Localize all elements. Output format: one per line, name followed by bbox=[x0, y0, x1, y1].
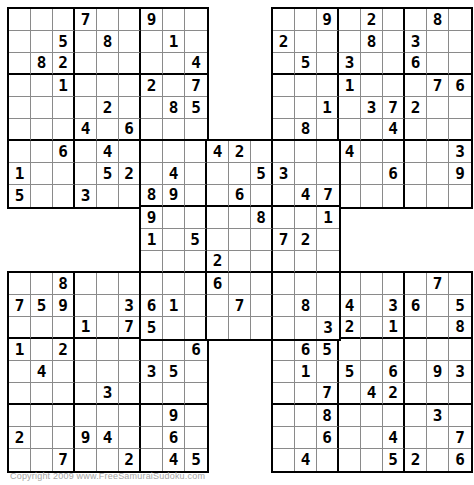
sudoku-cell-center-r6c8 bbox=[295, 251, 317, 273]
sudoku-cell-top-left-r4c5 bbox=[97, 75, 119, 97]
sudoku-cell-bottom-left-r7c8: 9 bbox=[163, 405, 185, 427]
sudoku-cell-top-left-r3c9: 4 bbox=[185, 53, 207, 75]
sudoku-cell-center-r2c7: 3 bbox=[273, 163, 295, 185]
sudoku-cell-bottom-left-r9c8: 4 bbox=[163, 449, 185, 471]
sudoku-cell-center-r8c7 bbox=[273, 295, 295, 317]
sudoku-cell-bottom-left-r9c1 bbox=[9, 449, 31, 471]
sudoku-cell-top-left-r6c4: 4 bbox=[75, 119, 97, 141]
sudoku-cell-bottom-right-r6c6: 2 bbox=[383, 383, 405, 405]
sudoku-cell-bottom-right-r3c6: 1 bbox=[383, 317, 405, 339]
sudoku-cell-top-left-r2c7 bbox=[141, 31, 163, 53]
sudoku-cell-bottom-left-r5c6 bbox=[119, 361, 141, 383]
sudoku-cell-center-r8c3 bbox=[185, 295, 207, 317]
sudoku-cell-bottom-right-r3c9: 8 bbox=[449, 317, 471, 339]
sudoku-cell-center-r9c6 bbox=[251, 317, 273, 339]
samurai-sudoku-board: 7958182412728546641524538992828353617613… bbox=[7, 7, 473, 473]
sudoku-cell-bottom-left-r1c6 bbox=[119, 273, 141, 295]
sudoku-cell-top-left-r9c1: 5 bbox=[9, 185, 31, 207]
sudoku-cell-top-right-r4c1 bbox=[273, 75, 295, 97]
sudoku-cell-bottom-left-r4c5 bbox=[97, 339, 119, 361]
sudoku-cell-top-right-r5c7: 2 bbox=[405, 97, 427, 119]
sudoku-cell-top-left-r5c9: 5 bbox=[185, 97, 207, 119]
sudoku-cell-bottom-left-r4c4 bbox=[75, 339, 97, 361]
sudoku-cell-center-r3c5: 6 bbox=[229, 185, 251, 207]
sudoku-cell-bottom-left-r5c3 bbox=[53, 361, 75, 383]
sudoku-cell-top-left-r4c1 bbox=[9, 75, 31, 97]
sudoku-cell-top-left-r2c4 bbox=[75, 31, 97, 53]
sudoku-cell-top-left-r9c2 bbox=[31, 185, 53, 207]
sudoku-cell-center-r9c3 bbox=[185, 317, 207, 339]
sudoku-cell-bottom-left-r9c5 bbox=[97, 449, 119, 471]
sudoku-cell-bottom-right-r3c7 bbox=[405, 317, 427, 339]
sudoku-cell-center-r3c8: 4 bbox=[295, 185, 317, 207]
sudoku-cell-top-right-r9c5 bbox=[361, 185, 383, 207]
sudoku-cell-top-right-r2c4 bbox=[339, 31, 361, 53]
sudoku-cell-bottom-right-r8c9: 7 bbox=[449, 427, 471, 449]
sudoku-cell-top-right-r6c7 bbox=[405, 119, 427, 141]
sudoku-cell-top-left-r3c2: 8 bbox=[31, 53, 53, 75]
sudoku-cell-top-right-r1c6 bbox=[383, 9, 405, 31]
sudoku-cell-top-left-r7c3: 6 bbox=[53, 141, 75, 163]
sudoku-cell-top-right-r6c3 bbox=[317, 119, 339, 141]
sudoku-cell-bottom-left-r3c5 bbox=[97, 317, 119, 339]
sudoku-cell-bottom-right-r5c7 bbox=[405, 361, 427, 383]
sudoku-cell-top-left-r4c9: 7 bbox=[185, 75, 207, 97]
sudoku-cell-top-right-r4c9: 6 bbox=[449, 75, 471, 97]
sudoku-cell-top-right-r6c8 bbox=[427, 119, 449, 141]
sudoku-cell-center-r2c1 bbox=[141, 163, 163, 185]
sudoku-cell-top-right-r4c6 bbox=[383, 75, 405, 97]
sudoku-cell-bottom-left-r7c3 bbox=[53, 405, 75, 427]
sudoku-cell-bottom-right-r4c7 bbox=[405, 339, 427, 361]
sudoku-cell-bottom-right-r4c6 bbox=[383, 339, 405, 361]
sudoku-cell-top-left-r8c1: 1 bbox=[9, 163, 31, 185]
sudoku-cell-top-left-r2c1 bbox=[9, 31, 31, 53]
sudoku-cell-top-left-r1c7: 9 bbox=[141, 9, 163, 31]
sudoku-cell-top-left-r6c1 bbox=[9, 119, 31, 141]
sudoku-cell-center-r2c2: 4 bbox=[163, 163, 185, 185]
sudoku-cell-top-left-r8c2 bbox=[31, 163, 53, 185]
sudoku-cell-bottom-left-r8c3 bbox=[53, 427, 75, 449]
sudoku-cell-bottom-left-r4c8 bbox=[163, 339, 185, 361]
sudoku-cell-top-right-r3c8 bbox=[427, 53, 449, 75]
sudoku-cell-bottom-left-r4c2 bbox=[31, 339, 53, 361]
sudoku-cell-bottom-left-r8c7 bbox=[141, 427, 163, 449]
sudoku-cell-top-left-r4c6 bbox=[119, 75, 141, 97]
sudoku-cell-bottom-right-r6c2 bbox=[295, 383, 317, 405]
sudoku-cell-center-r4c8 bbox=[295, 207, 317, 229]
sudoku-cell-center-r1c6 bbox=[251, 141, 273, 163]
sudoku-cell-bottom-left-r6c2 bbox=[31, 383, 53, 405]
sudoku-cell-top-right-r2c3 bbox=[317, 31, 339, 53]
sudoku-cell-bottom-right-r5c3 bbox=[317, 361, 339, 383]
sudoku-cell-bottom-right-r5c6: 6 bbox=[383, 361, 405, 383]
sudoku-cell-top-right-r4c7 bbox=[405, 75, 427, 97]
sudoku-cell-top-right-r2c5: 8 bbox=[361, 31, 383, 53]
sudoku-cell-top-right-r4c5 bbox=[361, 75, 383, 97]
sudoku-cell-center-r7c5 bbox=[229, 273, 251, 295]
sudoku-cell-top-right-r9c4 bbox=[339, 185, 361, 207]
sudoku-cell-bottom-right-r7c9 bbox=[449, 405, 471, 427]
sudoku-cell-top-right-r7c5 bbox=[361, 141, 383, 163]
sudoku-cell-top-right-r1c8: 8 bbox=[427, 9, 449, 31]
sudoku-cell-bottom-left-r8c1: 2 bbox=[9, 427, 31, 449]
sudoku-cell-top-right-r2c7: 3 bbox=[405, 31, 427, 53]
sudoku-cell-bottom-right-r4c4 bbox=[339, 339, 361, 361]
sudoku-cell-top-left-r2c3: 5 bbox=[53, 31, 75, 53]
sudoku-cell-bottom-right-r8c5 bbox=[361, 427, 383, 449]
sudoku-cell-top-left-r7c2 bbox=[31, 141, 53, 163]
sudoku-cell-bottom-right-r7c5 bbox=[361, 405, 383, 427]
sudoku-cell-bottom-left-r2c2: 5 bbox=[31, 295, 53, 317]
sudoku-cell-center-r3c9: 7 bbox=[317, 185, 339, 207]
sudoku-cell-top-right-r9c6 bbox=[383, 185, 405, 207]
sudoku-cell-top-left-r5c5: 2 bbox=[97, 97, 119, 119]
sudoku-cell-center-r8c8: 8 bbox=[295, 295, 317, 317]
sudoku-cell-top-left-r3c3: 2 bbox=[53, 53, 75, 75]
sudoku-cell-top-right-r7c8 bbox=[427, 141, 449, 163]
sudoku-cell-top-left-r3c8 bbox=[163, 53, 185, 75]
sudoku-cell-bottom-left-r6c7 bbox=[141, 383, 163, 405]
sudoku-cell-center-r6c7 bbox=[273, 251, 295, 273]
sudoku-cell-bottom-right-r2c7: 6 bbox=[405, 295, 427, 317]
sudoku-cell-center-r7c6 bbox=[251, 273, 273, 295]
sudoku-cell-top-right-r8c7 bbox=[405, 163, 427, 185]
sudoku-cell-center-r9c8 bbox=[295, 317, 317, 339]
sudoku-cell-bottom-right-r3c5 bbox=[361, 317, 383, 339]
sudoku-cell-bottom-right-r9c9: 6 bbox=[449, 449, 471, 471]
sudoku-cell-top-left-r5c3 bbox=[53, 97, 75, 119]
sudoku-cell-bottom-left-r2c3: 9 bbox=[53, 295, 75, 317]
sudoku-cell-center-r7c8 bbox=[295, 273, 317, 295]
sudoku-cell-center-r1c1 bbox=[141, 141, 163, 163]
sudoku-cell-center-r6c5 bbox=[229, 251, 251, 273]
sudoku-cell-top-right-r4c4: 1 bbox=[339, 75, 361, 97]
sudoku-cell-top-left-r1c5 bbox=[97, 9, 119, 31]
sudoku-cell-bottom-left-r9c9: 5 bbox=[185, 449, 207, 471]
sudoku-cell-center-r5c5 bbox=[229, 229, 251, 251]
sudoku-cell-bottom-right-r3c8 bbox=[427, 317, 449, 339]
sudoku-cell-bottom-left-r6c6 bbox=[119, 383, 141, 405]
sudoku-cell-bottom-left-r7c9 bbox=[185, 405, 207, 427]
sudoku-cell-top-right-r6c1 bbox=[273, 119, 295, 141]
sudoku-cell-bottom-left-r6c3 bbox=[53, 383, 75, 405]
sudoku-cell-top-right-r6c2: 8 bbox=[295, 119, 317, 141]
sudoku-cell-bottom-left-r1c1 bbox=[9, 273, 31, 295]
sudoku-cell-center-r9c9: 3 bbox=[317, 317, 339, 339]
sudoku-cell-bottom-right-r2c8 bbox=[427, 295, 449, 317]
sudoku-cell-bottom-right-r5c9: 3 bbox=[449, 361, 471, 383]
sudoku-cell-top-right-r2c8 bbox=[427, 31, 449, 53]
grid-center: 4245389647981157226617853 bbox=[139, 139, 341, 341]
sudoku-cell-top-left-r4c2 bbox=[31, 75, 53, 97]
sudoku-cell-top-left-r9c5 bbox=[97, 185, 119, 207]
sudoku-cell-top-right-r7c9: 3 bbox=[449, 141, 471, 163]
sudoku-cell-center-r2c9 bbox=[317, 163, 339, 185]
sudoku-cell-bottom-left-r2c5 bbox=[97, 295, 119, 317]
sudoku-cell-center-r5c4 bbox=[207, 229, 229, 251]
sudoku-cell-bottom-left-r8c4: 9 bbox=[75, 427, 97, 449]
sudoku-cell-top-left-r4c4 bbox=[75, 75, 97, 97]
sudoku-cell-bottom-right-r5c2: 1 bbox=[295, 361, 317, 383]
sudoku-cell-top-left-r4c3: 1 bbox=[53, 75, 75, 97]
sudoku-cell-top-right-r5c4 bbox=[339, 97, 361, 119]
sudoku-cell-center-r1c3 bbox=[185, 141, 207, 163]
sudoku-cell-center-r7c9 bbox=[317, 273, 339, 295]
sudoku-cell-top-left-r5c2 bbox=[31, 97, 53, 119]
sudoku-cell-bottom-right-r8c8 bbox=[427, 427, 449, 449]
sudoku-cell-top-left-r1c6 bbox=[119, 9, 141, 31]
sudoku-cell-bottom-left-r3c3 bbox=[53, 317, 75, 339]
sudoku-cell-center-r9c7 bbox=[273, 317, 295, 339]
sudoku-cell-top-left-r3c6 bbox=[119, 53, 141, 75]
sudoku-cell-top-left-r9c4: 3 bbox=[75, 185, 97, 207]
sudoku-cell-bottom-left-r8c8: 6 bbox=[163, 427, 185, 449]
sudoku-cell-top-left-r1c4: 7 bbox=[75, 9, 97, 31]
sudoku-cell-center-r9c1: 5 bbox=[141, 317, 163, 339]
sudoku-cell-bottom-left-r8c6 bbox=[119, 427, 141, 449]
sudoku-cell-top-right-r4c3 bbox=[317, 75, 339, 97]
sudoku-cell-center-r7c4: 6 bbox=[207, 273, 229, 295]
sudoku-cell-top-left-r2c5: 8 bbox=[97, 31, 119, 53]
sudoku-cell-center-r9c5 bbox=[229, 317, 251, 339]
sudoku-cell-bottom-left-r7c1 bbox=[9, 405, 31, 427]
sudoku-cell-bottom-right-r9c5 bbox=[361, 449, 383, 471]
sudoku-cell-bottom-left-r5c7: 3 bbox=[141, 361, 163, 383]
sudoku-cell-top-right-r6c9 bbox=[449, 119, 471, 141]
sudoku-cell-top-right-r2c2 bbox=[295, 31, 317, 53]
sudoku-cell-top-left-r1c1 bbox=[9, 9, 31, 31]
sudoku-cell-center-r6c6 bbox=[251, 251, 273, 273]
sudoku-cell-center-r1c7 bbox=[273, 141, 295, 163]
sudoku-cell-top-right-r5c5: 3 bbox=[361, 97, 383, 119]
sudoku-cell-center-r6c2 bbox=[163, 251, 185, 273]
sudoku-cell-bottom-right-r6c8 bbox=[427, 383, 449, 405]
sudoku-cell-top-right-r1c1 bbox=[273, 9, 295, 31]
sudoku-cell-top-left-r6c6: 6 bbox=[119, 119, 141, 141]
sudoku-cell-top-right-r9c7 bbox=[405, 185, 427, 207]
sudoku-cell-bottom-right-r4c1 bbox=[273, 339, 295, 361]
sudoku-cell-bottom-left-r4c1: 1 bbox=[9, 339, 31, 361]
sudoku-cell-bottom-left-r2c4 bbox=[75, 295, 97, 317]
sudoku-cell-top-left-r6c8 bbox=[163, 119, 185, 141]
sudoku-cell-top-left-r7c4 bbox=[75, 141, 97, 163]
sudoku-cell-center-r4c7 bbox=[273, 207, 295, 229]
sudoku-cell-bottom-left-r2c6: 3 bbox=[119, 295, 141, 317]
sudoku-cell-bottom-right-r2c6: 3 bbox=[383, 295, 405, 317]
sudoku-cell-top-right-r5c1 bbox=[273, 97, 295, 119]
sudoku-cell-center-r7c7 bbox=[273, 273, 295, 295]
sudoku-cell-bottom-left-r6c9 bbox=[185, 383, 207, 405]
sudoku-cell-bottom-right-r5c8: 9 bbox=[427, 361, 449, 383]
sudoku-cell-top-right-r1c9 bbox=[449, 9, 471, 31]
sudoku-cell-top-left-r4c7: 2 bbox=[141, 75, 163, 97]
sudoku-cell-top-left-r6c9 bbox=[185, 119, 207, 141]
sudoku-cell-top-right-r3c7: 6 bbox=[405, 53, 427, 75]
sudoku-cell-top-right-r3c9 bbox=[449, 53, 471, 75]
sudoku-cell-bottom-left-r9c4 bbox=[75, 449, 97, 471]
sudoku-cell-top-right-r9c9 bbox=[449, 185, 471, 207]
sudoku-cell-bottom-left-r7c2 bbox=[31, 405, 53, 427]
sudoku-cell-top-left-r5c4 bbox=[75, 97, 97, 119]
sudoku-cell-top-right-r5c2 bbox=[295, 97, 317, 119]
sudoku-cell-top-left-r4c8 bbox=[163, 75, 185, 97]
sudoku-cell-top-left-r6c2 bbox=[31, 119, 53, 141]
sudoku-cell-bottom-left-r5c8: 5 bbox=[163, 361, 185, 383]
sudoku-cell-top-left-r3c7 bbox=[141, 53, 163, 75]
sudoku-cell-center-r1c8 bbox=[295, 141, 317, 163]
sudoku-cell-bottom-right-r8c2 bbox=[295, 427, 317, 449]
sudoku-cell-top-right-r8c8 bbox=[427, 163, 449, 185]
sudoku-cell-center-r9c2 bbox=[163, 317, 185, 339]
sudoku-cell-top-left-r7c5: 4 bbox=[97, 141, 119, 163]
sudoku-cell-bottom-left-r7c7 bbox=[141, 405, 163, 427]
sudoku-cell-top-right-r2c6 bbox=[383, 31, 405, 53]
sudoku-cell-bottom-right-r2c9: 5 bbox=[449, 295, 471, 317]
sudoku-cell-bottom-right-r1c7 bbox=[405, 273, 427, 295]
sudoku-cell-top-left-r3c5 bbox=[97, 53, 119, 75]
sudoku-cell-top-right-r8c6: 6 bbox=[383, 163, 405, 185]
sudoku-cell-bottom-left-r6c5: 3 bbox=[97, 383, 119, 405]
sudoku-cell-top-right-r7c4: 4 bbox=[339, 141, 361, 163]
sudoku-cell-bottom-left-r3c2 bbox=[31, 317, 53, 339]
sudoku-cell-center-r2c6: 5 bbox=[251, 163, 273, 185]
sudoku-cell-center-r8c5: 7 bbox=[229, 295, 251, 317]
sudoku-cell-bottom-left-r1c3: 8 bbox=[53, 273, 75, 295]
sudoku-cell-bottom-left-r9c2 bbox=[31, 449, 53, 471]
sudoku-cell-top-right-r5c8 bbox=[427, 97, 449, 119]
sudoku-cell-top-left-r2c2 bbox=[31, 31, 53, 53]
sudoku-cell-top-right-r8c9: 9 bbox=[449, 163, 471, 185]
sudoku-cell-top-right-r6c5 bbox=[361, 119, 383, 141]
sudoku-cell-bottom-right-r9c2: 4 bbox=[295, 449, 317, 471]
sudoku-cell-top-left-r1c9 bbox=[185, 9, 207, 31]
sudoku-cell-bottom-right-r4c8 bbox=[427, 339, 449, 361]
sudoku-cell-center-r2c3 bbox=[185, 163, 207, 185]
sudoku-cell-center-r6c4: 2 bbox=[207, 251, 229, 273]
sudoku-cell-center-r4c3 bbox=[185, 207, 207, 229]
sudoku-cell-top-left-r1c2 bbox=[31, 9, 53, 31]
sudoku-cell-top-left-r8c6: 2 bbox=[119, 163, 141, 185]
sudoku-cell-bottom-right-r4c5 bbox=[361, 339, 383, 361]
sudoku-cell-center-r7c3 bbox=[185, 273, 207, 295]
sudoku-cell-top-left-r7c1 bbox=[9, 141, 31, 163]
sudoku-cell-bottom-right-r6c9 bbox=[449, 383, 471, 405]
sudoku-cell-bottom-left-r1c4 bbox=[75, 273, 97, 295]
sudoku-cell-center-r2c8 bbox=[295, 163, 317, 185]
sudoku-cell-bottom-left-r7c5 bbox=[97, 405, 119, 427]
sudoku-cell-bottom-left-r9c3: 7 bbox=[53, 449, 75, 471]
sudoku-cell-top-left-r7c6 bbox=[119, 141, 141, 163]
sudoku-cell-center-r5c2 bbox=[163, 229, 185, 251]
sudoku-cell-top-left-r2c9 bbox=[185, 31, 207, 53]
sudoku-cell-center-r5c3: 5 bbox=[185, 229, 207, 251]
sudoku-cell-top-left-r3c4 bbox=[75, 53, 97, 75]
sudoku-cell-bottom-right-r1c9 bbox=[449, 273, 471, 295]
sudoku-cell-top-right-r4c2 bbox=[295, 75, 317, 97]
sudoku-cell-top-right-r3c3 bbox=[317, 53, 339, 75]
sudoku-cell-bottom-left-r9c7 bbox=[141, 449, 163, 471]
sudoku-cell-top-right-r3c6 bbox=[383, 53, 405, 75]
sudoku-cell-bottom-left-r1c5 bbox=[97, 273, 119, 295]
sudoku-cell-center-r3c2: 9 bbox=[163, 185, 185, 207]
sudoku-cell-bottom-right-r2c4: 4 bbox=[339, 295, 361, 317]
sudoku-cell-top-right-r1c3: 9 bbox=[317, 9, 339, 31]
sudoku-cell-bottom-right-r4c3: 5 bbox=[317, 339, 339, 361]
sudoku-cell-bottom-left-r4c6 bbox=[119, 339, 141, 361]
sudoku-cell-center-r2c5 bbox=[229, 163, 251, 185]
sudoku-cell-top-left-r1c8 bbox=[163, 9, 185, 31]
sudoku-cell-bottom-right-r6c7 bbox=[405, 383, 427, 405]
sudoku-cell-center-r2c4 bbox=[207, 163, 229, 185]
sudoku-cell-top-right-r1c7 bbox=[405, 9, 427, 31]
sudoku-cell-center-r4c5 bbox=[229, 207, 251, 229]
sudoku-cell-top-right-r4c8: 7 bbox=[427, 75, 449, 97]
sudoku-cell-center-r1c4: 4 bbox=[207, 141, 229, 163]
sudoku-cell-bottom-left-r8c9 bbox=[185, 427, 207, 449]
sudoku-cell-bottom-right-r1c4 bbox=[339, 273, 361, 295]
sudoku-cell-top-right-r3c4: 3 bbox=[339, 53, 361, 75]
sudoku-cell-top-right-r5c9 bbox=[449, 97, 471, 119]
sudoku-cell-bottom-right-r5c5 bbox=[361, 361, 383, 383]
sudoku-cell-center-r8c4 bbox=[207, 295, 229, 317]
sudoku-cell-top-left-r8c3 bbox=[53, 163, 75, 185]
sudoku-cell-bottom-left-r5c2: 4 bbox=[31, 361, 53, 383]
sudoku-cell-top-left-r6c5 bbox=[97, 119, 119, 141]
sudoku-cell-top-right-r9c8 bbox=[427, 185, 449, 207]
sudoku-cell-center-r6c1 bbox=[141, 251, 163, 273]
sudoku-cell-top-left-r9c3 bbox=[53, 185, 75, 207]
sudoku-cell-top-left-r5c7 bbox=[141, 97, 163, 119]
sudoku-cell-bottom-left-r5c4 bbox=[75, 361, 97, 383]
sudoku-cell-top-right-r7c6 bbox=[383, 141, 405, 163]
sudoku-cell-center-r5c7: 7 bbox=[273, 229, 295, 251]
sudoku-cell-center-r3c3 bbox=[185, 185, 207, 207]
sudoku-cell-bottom-right-r1c6 bbox=[383, 273, 405, 295]
sudoku-cell-center-r4c1: 9 bbox=[141, 207, 163, 229]
sudoku-cell-center-r3c4 bbox=[207, 185, 229, 207]
sudoku-cell-center-r7c2 bbox=[163, 273, 185, 295]
sudoku-cell-center-r3c6 bbox=[251, 185, 273, 207]
sudoku-cell-bottom-left-r5c9 bbox=[185, 361, 207, 383]
sudoku-cell-top-right-r1c2 bbox=[295, 9, 317, 31]
sudoku-cell-top-left-r9c6 bbox=[119, 185, 141, 207]
sudoku-cell-bottom-right-r7c1 bbox=[273, 405, 295, 427]
sudoku-cell-bottom-right-r7c4 bbox=[339, 405, 361, 427]
sudoku-cell-top-right-r3c1 bbox=[273, 53, 295, 75]
sudoku-cell-bottom-right-r7c3: 8 bbox=[317, 405, 339, 427]
sudoku-cell-top-right-r1c5: 2 bbox=[361, 9, 383, 31]
sudoku-cell-center-r3c7 bbox=[273, 185, 295, 207]
sudoku-cell-bottom-left-r5c1 bbox=[9, 361, 31, 383]
sudoku-cell-bottom-left-r6c1 bbox=[9, 383, 31, 405]
sudoku-cell-top-right-r6c6: 4 bbox=[383, 119, 405, 141]
sudoku-cell-bottom-right-r8c3: 6 bbox=[317, 427, 339, 449]
sudoku-cell-bottom-right-r7c7 bbox=[405, 405, 427, 427]
sudoku-cell-center-r8c2: 1 bbox=[163, 295, 185, 317]
sudoku-cell-top-left-r5c6 bbox=[119, 97, 141, 119]
sudoku-cell-top-left-r2c6 bbox=[119, 31, 141, 53]
sudoku-cell-top-right-r2c1: 2 bbox=[273, 31, 295, 53]
sudoku-cell-top-left-r2c8: 1 bbox=[163, 31, 185, 53]
sudoku-cell-center-r6c3 bbox=[185, 251, 207, 273]
sudoku-cell-bottom-right-r4c9 bbox=[449, 339, 471, 361]
sudoku-cell-center-r9c4 bbox=[207, 317, 229, 339]
sudoku-cell-bottom-left-r4c7 bbox=[141, 339, 163, 361]
sudoku-cell-bottom-right-r8c1 bbox=[273, 427, 295, 449]
sudoku-cell-top-left-r8c5: 5 bbox=[97, 163, 119, 185]
page: 7958182412728546641524538992828353617613… bbox=[0, 0, 474, 485]
